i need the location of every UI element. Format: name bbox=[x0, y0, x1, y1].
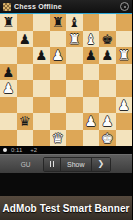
square-c5[interactable] bbox=[33, 64, 50, 81]
increment-text: +2 bbox=[30, 146, 37, 154]
square-e4[interactable] bbox=[66, 80, 83, 97]
square-d6[interactable]: ♟ bbox=[50, 47, 67, 64]
white-bishop-f7: ♝ bbox=[83, 31, 100, 48]
white-pawn-g2: ♟ bbox=[99, 113, 116, 130]
next-move-button[interactable]: ❯ bbox=[92, 158, 111, 171]
white-pawn-d6: ♟ bbox=[50, 47, 67, 64]
square-f6[interactable]: ♟ bbox=[83, 47, 100, 64]
square-h5[interactable] bbox=[116, 64, 133, 81]
clock-text: 0:11 bbox=[11, 146, 22, 154]
square-f2[interactable]: ♟ bbox=[83, 113, 100, 130]
title-bar: Chess Offline bbox=[0, 0, 132, 14]
square-f4[interactable] bbox=[83, 80, 100, 97]
square-a2[interactable] bbox=[0, 113, 17, 130]
ad-banner[interactable]: AdMob Test Smart Banner bbox=[0, 196, 132, 220]
white-queen-d1: ♛ bbox=[50, 130, 67, 147]
pause-button[interactable] bbox=[44, 158, 62, 171]
app-title: Chess Offline bbox=[14, 3, 62, 10]
square-d4[interactable] bbox=[50, 80, 67, 97]
square-e2[interactable] bbox=[66, 113, 83, 130]
square-f7[interactable]: ♝ bbox=[83, 31, 100, 48]
square-g7[interactable]: ♚ bbox=[99, 31, 116, 48]
square-d8[interactable]: ♜ bbox=[50, 14, 67, 31]
square-c4[interactable] bbox=[33, 80, 50, 97]
square-f3[interactable] bbox=[83, 97, 100, 114]
show-button[interactable]: Show bbox=[61, 158, 92, 171]
ad-banner-text: AdMob Test Smart Banner bbox=[2, 203, 129, 214]
black-rook-a8: ♜ bbox=[0, 14, 17, 31]
square-h6[interactable]: ♜ bbox=[116, 47, 133, 64]
white-rook-e7: ♜ bbox=[66, 31, 83, 48]
square-b8[interactable] bbox=[17, 14, 34, 31]
square-b4[interactable] bbox=[17, 80, 34, 97]
white-pawn-f2: ♟ bbox=[83, 113, 100, 130]
square-d2[interactable] bbox=[50, 113, 67, 130]
square-e7[interactable]: ♜ bbox=[66, 31, 83, 48]
white-king-g1: ♚ bbox=[99, 130, 116, 147]
white-pawn-h3: ♟ bbox=[116, 97, 133, 114]
black-rook-d8: ♜ bbox=[50, 14, 67, 31]
square-a3[interactable] bbox=[0, 97, 17, 114]
square-h1[interactable] bbox=[116, 130, 133, 147]
square-d7[interactable] bbox=[50, 31, 67, 48]
status-bar: 0:11 +2 bbox=[0, 146, 132, 154]
square-g3[interactable] bbox=[99, 97, 116, 114]
square-d1[interactable]: ♛ bbox=[50, 130, 67, 147]
black-queen-b2: ♛ bbox=[17, 113, 34, 130]
black-bishop-e8: ♝ bbox=[66, 14, 83, 31]
black-pawn-b7: ♟ bbox=[17, 31, 34, 48]
square-e8[interactable]: ♝ bbox=[66, 14, 83, 31]
square-c1[interactable] bbox=[33, 130, 50, 147]
square-a7[interactable] bbox=[0, 31, 17, 48]
square-f8[interactable] bbox=[83, 14, 100, 31]
pause-icon bbox=[50, 161, 55, 167]
black-king-g7: ♚ bbox=[99, 31, 116, 48]
info-icon-dot bbox=[124, 6, 126, 8]
square-e6[interactable] bbox=[66, 47, 83, 64]
square-f1[interactable] bbox=[83, 130, 100, 147]
empty-area bbox=[0, 173, 132, 196]
square-e3[interactable] bbox=[66, 97, 83, 114]
square-a5[interactable]: ♟ bbox=[0, 64, 17, 81]
chess-board: ♜♜♝♟♜♝♚♟♟♟♟♜♟♟♟♛♟♟♛♚ bbox=[0, 14, 132, 146]
square-d3[interactable] bbox=[50, 97, 67, 114]
app-window: Chess Offline ♜♜♝♟♜♝♚♟♟♟♟♜♟♟♟♛♟♟♛♚ 0:11 … bbox=[0, 0, 132, 220]
square-f5[interactable] bbox=[83, 64, 100, 81]
square-h3[interactable]: ♟ bbox=[116, 97, 133, 114]
black-pawn-g6: ♟ bbox=[99, 47, 116, 64]
square-b2[interactable]: ♛ bbox=[17, 113, 34, 130]
square-e1[interactable] bbox=[66, 130, 83, 147]
square-g5[interactable] bbox=[99, 64, 116, 81]
square-b3[interactable] bbox=[17, 97, 34, 114]
info-icon[interactable] bbox=[120, 2, 129, 11]
black-pawn-c6: ♟ bbox=[33, 47, 50, 64]
white-rook-h6: ♜ bbox=[116, 47, 133, 64]
square-b1[interactable] bbox=[17, 130, 34, 147]
square-d5[interactable] bbox=[50, 64, 67, 81]
square-c2[interactable] bbox=[33, 113, 50, 130]
black-pawn-a5: ♟ bbox=[0, 64, 17, 81]
app-icon bbox=[3, 3, 11, 11]
square-g8[interactable] bbox=[99, 14, 116, 31]
square-c8[interactable] bbox=[33, 14, 50, 31]
square-h8[interactable] bbox=[116, 14, 133, 31]
square-b5[interactable] bbox=[17, 64, 34, 81]
square-c6[interactable]: ♟ bbox=[33, 47, 50, 64]
toolbar: GU Show ❯ bbox=[0, 154, 132, 173]
square-c7[interactable] bbox=[33, 31, 50, 48]
square-g2[interactable]: ♟ bbox=[99, 113, 116, 130]
square-a4[interactable]: ♟ bbox=[0, 80, 17, 97]
toolbar-button-group: Show ❯ bbox=[43, 157, 112, 172]
black-pawn-f6: ♟ bbox=[83, 47, 100, 64]
toolbar-left-label[interactable]: GU bbox=[21, 161, 31, 168]
square-h7[interactable] bbox=[116, 31, 133, 48]
square-b6[interactable] bbox=[17, 47, 34, 64]
square-g4[interactable] bbox=[99, 80, 116, 97]
square-e5[interactable] bbox=[66, 64, 83, 81]
square-h2[interactable] bbox=[116, 113, 133, 130]
square-c3[interactable] bbox=[33, 97, 50, 114]
square-a1[interactable] bbox=[0, 130, 17, 147]
square-a8[interactable]: ♜ bbox=[0, 14, 17, 31]
square-h4[interactable] bbox=[116, 80, 133, 97]
white-turn-indicator-icon bbox=[3, 148, 7, 152]
square-g1[interactable]: ♚ bbox=[99, 130, 116, 147]
white-pawn-a4: ♟ bbox=[0, 80, 17, 97]
square-a6[interactable] bbox=[0, 47, 17, 64]
square-b7[interactable]: ♟ bbox=[17, 31, 34, 48]
square-g6[interactable]: ♟ bbox=[99, 47, 116, 64]
